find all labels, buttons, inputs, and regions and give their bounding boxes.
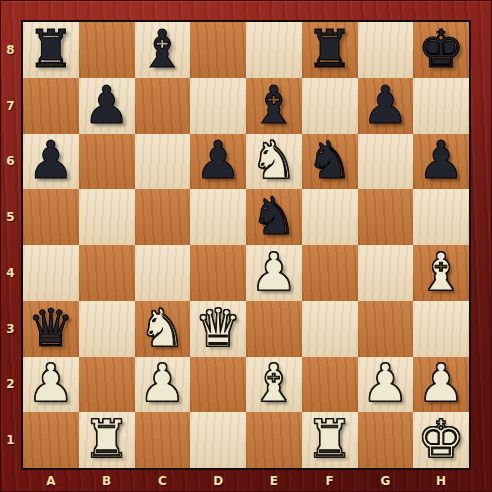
rank-label-2: 2 bbox=[0, 377, 21, 391]
rank-label-5: 5 bbox=[0, 210, 21, 224]
piece-black-queen[interactable]: ♛ bbox=[28, 302, 75, 354]
square-c5[interactable] bbox=[135, 189, 191, 245]
square-f7[interactable] bbox=[302, 78, 358, 134]
file-label-a: A bbox=[23, 474, 79, 488]
square-e6[interactable]: ♞ bbox=[246, 134, 302, 190]
rank-label-1: 1 bbox=[0, 433, 21, 447]
piece-white-bishop[interactable]: ♝ bbox=[251, 357, 298, 409]
square-f1[interactable]: ♜ bbox=[302, 412, 358, 468]
file-label-f: F bbox=[302, 474, 358, 488]
file-label-c: C bbox=[135, 474, 191, 488]
square-c7[interactable] bbox=[135, 78, 191, 134]
square-e7[interactable]: ♝ bbox=[246, 78, 302, 134]
square-c3[interactable]: ♞ bbox=[135, 301, 191, 357]
piece-black-king[interactable]: ♚ bbox=[418, 23, 465, 75]
square-f5[interactable] bbox=[302, 189, 358, 245]
square-h1[interactable]: ♚ bbox=[413, 412, 469, 468]
square-g8[interactable] bbox=[358, 22, 414, 78]
square-e8[interactable] bbox=[246, 22, 302, 78]
square-d6[interactable]: ♟ bbox=[190, 134, 246, 190]
piece-black-knight[interactable]: ♞ bbox=[251, 190, 298, 242]
square-a5[interactable] bbox=[23, 189, 79, 245]
rank-label-3: 3 bbox=[0, 322, 21, 336]
piece-white-rook[interactable]: ♜ bbox=[306, 413, 353, 465]
square-e3[interactable] bbox=[246, 301, 302, 357]
piece-white-pawn[interactable]: ♟ bbox=[251, 246, 298, 298]
square-g2[interactable]: ♟ bbox=[358, 357, 414, 413]
piece-black-rook[interactable]: ♜ bbox=[28, 23, 75, 75]
square-f8[interactable]: ♜ bbox=[302, 22, 358, 78]
square-g3[interactable] bbox=[358, 301, 414, 357]
square-h7[interactable] bbox=[413, 78, 469, 134]
square-f6[interactable]: ♞ bbox=[302, 134, 358, 190]
square-b6[interactable] bbox=[79, 134, 135, 190]
file-label-e: E bbox=[246, 474, 302, 488]
square-b5[interactable] bbox=[79, 189, 135, 245]
rank-label-6: 6 bbox=[0, 154, 21, 168]
square-h5[interactable] bbox=[413, 189, 469, 245]
piece-white-knight[interactable]: ♞ bbox=[139, 302, 186, 354]
square-b8[interactable] bbox=[79, 22, 135, 78]
square-d1[interactable] bbox=[190, 412, 246, 468]
piece-white-king[interactable]: ♚ bbox=[418, 413, 465, 465]
rank-labels: 87654321 bbox=[0, 22, 21, 468]
piece-white-bishop[interactable]: ♝ bbox=[418, 246, 465, 298]
square-h3[interactable] bbox=[413, 301, 469, 357]
square-g4[interactable] bbox=[358, 245, 414, 301]
square-d5[interactable] bbox=[190, 189, 246, 245]
square-d7[interactable] bbox=[190, 78, 246, 134]
piece-white-knight[interactable]: ♞ bbox=[251, 134, 298, 186]
file-label-d: D bbox=[190, 474, 246, 488]
square-g5[interactable] bbox=[358, 189, 414, 245]
rank-label-4: 4 bbox=[0, 266, 21, 280]
square-e5[interactable]: ♞ bbox=[246, 189, 302, 245]
square-e1[interactable] bbox=[246, 412, 302, 468]
piece-black-bishop[interactable]: ♝ bbox=[139, 23, 186, 75]
square-b3[interactable] bbox=[79, 301, 135, 357]
piece-black-bishop[interactable]: ♝ bbox=[251, 79, 298, 131]
square-g7[interactable]: ♟ bbox=[358, 78, 414, 134]
piece-black-pawn[interactable]: ♟ bbox=[195, 134, 242, 186]
piece-white-pawn[interactable]: ♟ bbox=[418, 357, 465, 409]
file-label-b: B bbox=[79, 474, 135, 488]
square-f3[interactable] bbox=[302, 301, 358, 357]
square-h4[interactable]: ♝ bbox=[413, 245, 469, 301]
square-a1[interactable] bbox=[23, 412, 79, 468]
piece-white-queen[interactable]: ♛ bbox=[195, 302, 242, 354]
chess-board: ♜♝♜♚♟♝♟♟♟♞♞♟♞♟♝♛♞♛♟♟♝♟♟♜♜♚ bbox=[21, 20, 471, 470]
piece-black-pawn[interactable]: ♟ bbox=[83, 79, 130, 131]
piece-black-pawn[interactable]: ♟ bbox=[362, 79, 409, 131]
file-labels: ABCDEFGH bbox=[23, 470, 469, 492]
square-f2[interactable] bbox=[302, 357, 358, 413]
piece-white-pawn[interactable]: ♟ bbox=[28, 357, 75, 409]
square-c6[interactable] bbox=[135, 134, 191, 190]
square-h2[interactable]: ♟ bbox=[413, 357, 469, 413]
file-label-h: H bbox=[413, 474, 469, 488]
square-d3[interactable]: ♛ bbox=[190, 301, 246, 357]
square-d8[interactable] bbox=[190, 22, 246, 78]
file-label-g: G bbox=[358, 474, 414, 488]
square-d2[interactable] bbox=[190, 357, 246, 413]
square-b2[interactable] bbox=[79, 357, 135, 413]
piece-white-pawn[interactable]: ♟ bbox=[362, 357, 409, 409]
square-b1[interactable]: ♜ bbox=[79, 412, 135, 468]
chess-board-frame: 87654321 ♜♝♜♚♟♝♟♟♟♞♞♟♞♟♝♛♞♛♟♟♝♟♟♜♜♚ ABCD… bbox=[0, 0, 492, 492]
square-a2[interactable]: ♟ bbox=[23, 357, 79, 413]
square-a3[interactable]: ♛ bbox=[23, 301, 79, 357]
square-c2[interactable]: ♟ bbox=[135, 357, 191, 413]
rank-label-8: 8 bbox=[0, 43, 21, 57]
square-a7[interactable] bbox=[23, 78, 79, 134]
piece-black-rook[interactable]: ♜ bbox=[306, 23, 353, 75]
square-c1[interactable] bbox=[135, 412, 191, 468]
square-f4[interactable] bbox=[302, 245, 358, 301]
square-b4[interactable] bbox=[79, 245, 135, 301]
piece-white-rook[interactable]: ♜ bbox=[83, 413, 130, 465]
square-d4[interactable] bbox=[190, 245, 246, 301]
square-c4[interactable] bbox=[135, 245, 191, 301]
square-c8[interactable]: ♝ bbox=[135, 22, 191, 78]
piece-black-pawn[interactable]: ♟ bbox=[418, 134, 465, 186]
piece-white-pawn[interactable]: ♟ bbox=[139, 357, 186, 409]
rank-label-7: 7 bbox=[0, 99, 21, 113]
square-a6[interactable]: ♟ bbox=[23, 134, 79, 190]
square-e4[interactable]: ♟ bbox=[246, 245, 302, 301]
piece-black-pawn[interactable]: ♟ bbox=[28, 134, 75, 186]
square-h6[interactable]: ♟ bbox=[413, 134, 469, 190]
square-a4[interactable] bbox=[23, 245, 79, 301]
square-b7[interactable]: ♟ bbox=[79, 78, 135, 134]
square-e2[interactable]: ♝ bbox=[246, 357, 302, 413]
square-a8[interactable]: ♜ bbox=[23, 22, 79, 78]
square-g1[interactable] bbox=[358, 412, 414, 468]
piece-black-knight[interactable]: ♞ bbox=[306, 134, 353, 186]
square-g6[interactable] bbox=[358, 134, 414, 190]
square-h8[interactable]: ♚ bbox=[413, 22, 469, 78]
